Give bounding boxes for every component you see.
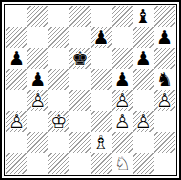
black-pawn-glyph: ♟ bbox=[156, 28, 173, 47]
square-b3[interactable] bbox=[27, 111, 48, 132]
white-pawn-glyph: ♙ bbox=[8, 112, 25, 131]
square-f1[interactable]: ♞♘ bbox=[112, 153, 133, 174]
black-pawn-e7[interactable]: ♟♟ bbox=[93, 28, 110, 47]
square-b6[interactable] bbox=[27, 48, 48, 69]
square-e8[interactable] bbox=[91, 6, 112, 27]
white-knight-glyph: ♘ bbox=[114, 154, 131, 173]
square-c3[interactable]: ♚♔ bbox=[48, 111, 69, 132]
black-pawn-glyph: ♟ bbox=[8, 49, 25, 68]
square-b7[interactable] bbox=[27, 27, 48, 48]
square-g2[interactable] bbox=[133, 132, 154, 153]
black-pawn-glyph: ♟ bbox=[93, 28, 110, 47]
square-a6[interactable]: ♟♟ bbox=[6, 48, 27, 69]
square-a7[interactable] bbox=[6, 27, 27, 48]
square-e1[interactable] bbox=[91, 153, 112, 174]
black-pawn-glyph: ♟ bbox=[135, 49, 152, 68]
chess-diagram: ♝♝♟♟♟♟♟♟♚♚♟♟♟♟♟♟♞♞♟♙♟♙♟♙♟♙♚♔♟♙♟♙♝♗♞♘ bbox=[0, 0, 181, 180]
square-h2[interactable] bbox=[154, 132, 175, 153]
black-pawn-a6[interactable]: ♟♟ bbox=[8, 49, 25, 68]
square-h8[interactable] bbox=[154, 6, 175, 27]
square-a5[interactable] bbox=[6, 69, 27, 90]
square-d7[interactable] bbox=[69, 27, 90, 48]
square-b1[interactable] bbox=[27, 153, 48, 174]
square-c2[interactable] bbox=[48, 132, 69, 153]
square-a4[interactable] bbox=[6, 90, 27, 111]
square-g4[interactable] bbox=[133, 90, 154, 111]
white-bishop-e2[interactable]: ♝♗ bbox=[93, 133, 110, 152]
square-b5[interactable]: ♟♟ bbox=[27, 69, 48, 90]
square-g6[interactable]: ♟♟ bbox=[133, 48, 154, 69]
white-pawn-a3[interactable]: ♟♙ bbox=[8, 112, 25, 131]
square-d8[interactable] bbox=[69, 6, 90, 27]
board-frame: ♝♝♟♟♟♟♟♟♚♚♟♟♟♟♟♟♞♞♟♙♟♙♟♙♟♙♚♔♟♙♟♙♝♗♞♘ bbox=[4, 4, 177, 176]
black-knight-glyph: ♞ bbox=[156, 70, 173, 89]
white-pawn-g3[interactable]: ♟♙ bbox=[135, 112, 152, 131]
square-c7[interactable] bbox=[48, 27, 69, 48]
square-f4[interactable]: ♟♙ bbox=[112, 90, 133, 111]
black-pawn-f5[interactable]: ♟♟ bbox=[114, 70, 131, 89]
white-king-glyph: ♔ bbox=[50, 112, 67, 131]
square-f8[interactable] bbox=[112, 6, 133, 27]
square-c4[interactable] bbox=[48, 90, 69, 111]
square-d4[interactable] bbox=[69, 90, 90, 111]
black-knight-h5[interactable]: ♞♞ bbox=[156, 70, 173, 89]
white-pawn-glyph: ♙ bbox=[135, 112, 152, 131]
square-h1[interactable] bbox=[154, 153, 175, 174]
square-g7[interactable] bbox=[133, 27, 154, 48]
square-a2[interactable] bbox=[6, 132, 27, 153]
square-d5[interactable] bbox=[69, 69, 90, 90]
square-a3[interactable]: ♟♙ bbox=[6, 111, 27, 132]
square-g1[interactable] bbox=[133, 153, 154, 174]
black-bishop-glyph: ♝ bbox=[135, 7, 152, 26]
square-g3[interactable]: ♟♙ bbox=[133, 111, 154, 132]
square-b8[interactable] bbox=[27, 6, 48, 27]
white-pawn-glyph: ♙ bbox=[114, 91, 131, 110]
white-pawn-glyph: ♙ bbox=[114, 112, 131, 131]
black-bishop-g8[interactable]: ♝♝ bbox=[135, 7, 152, 26]
square-e2[interactable]: ♝♗ bbox=[91, 132, 112, 153]
square-d3[interactable] bbox=[69, 111, 90, 132]
white-bishop-glyph: ♗ bbox=[93, 133, 110, 152]
black-pawn-g6[interactable]: ♟♟ bbox=[135, 49, 152, 68]
square-d2[interactable] bbox=[69, 132, 90, 153]
white-king-c3[interactable]: ♚♔ bbox=[50, 112, 67, 131]
black-pawn-b5[interactable]: ♟♟ bbox=[29, 70, 46, 89]
white-pawn-f3[interactable]: ♟♙ bbox=[114, 112, 131, 131]
square-e7[interactable]: ♟♟ bbox=[91, 27, 112, 48]
black-king-d6[interactable]: ♚♚ bbox=[71, 49, 88, 68]
square-f3[interactable]: ♟♙ bbox=[112, 111, 133, 132]
white-pawn-glyph: ♙ bbox=[29, 91, 46, 110]
black-king-glyph: ♚ bbox=[71, 49, 88, 68]
square-f7[interactable] bbox=[112, 27, 133, 48]
black-pawn-glyph: ♟ bbox=[29, 70, 46, 89]
white-pawn-glyph: ♙ bbox=[156, 91, 173, 110]
square-b2[interactable] bbox=[27, 132, 48, 153]
square-b4[interactable]: ♟♙ bbox=[27, 90, 48, 111]
square-f2[interactable] bbox=[112, 132, 133, 153]
square-g5[interactable] bbox=[133, 69, 154, 90]
black-pawn-h7[interactable]: ♟♟ bbox=[156, 28, 173, 47]
square-h4[interactable]: ♟♙ bbox=[154, 90, 175, 111]
white-pawn-f4[interactable]: ♟♙ bbox=[114, 91, 131, 110]
square-e4[interactable] bbox=[91, 90, 112, 111]
chess-board: ♝♝♟♟♟♟♟♟♚♚♟♟♟♟♟♟♞♞♟♙♟♙♟♙♟♙♚♔♟♙♟♙♝♗♞♘ bbox=[6, 6, 175, 174]
square-c6[interactable] bbox=[48, 48, 69, 69]
square-c8[interactable] bbox=[48, 6, 69, 27]
square-h3[interactable] bbox=[154, 111, 175, 132]
square-e5[interactable] bbox=[91, 69, 112, 90]
black-pawn-glyph: ♟ bbox=[114, 70, 131, 89]
square-d6[interactable]: ♚♚ bbox=[69, 48, 90, 69]
white-pawn-h4[interactable]: ♟♙ bbox=[156, 91, 173, 110]
square-h6[interactable] bbox=[154, 48, 175, 69]
square-a1[interactable] bbox=[6, 153, 27, 174]
white-knight-f1[interactable]: ♞♘ bbox=[114, 154, 131, 173]
square-f6[interactable] bbox=[112, 48, 133, 69]
square-c5[interactable] bbox=[48, 69, 69, 90]
square-e3[interactable] bbox=[91, 111, 112, 132]
square-f5[interactable]: ♟♟ bbox=[112, 69, 133, 90]
square-e6[interactable] bbox=[91, 48, 112, 69]
square-d1[interactable] bbox=[69, 153, 90, 174]
square-h5[interactable]: ♞♞ bbox=[154, 69, 175, 90]
square-h7[interactable]: ♟♟ bbox=[154, 27, 175, 48]
square-c1[interactable] bbox=[48, 153, 69, 174]
white-pawn-b4[interactable]: ♟♙ bbox=[29, 91, 46, 110]
square-a8[interactable] bbox=[6, 6, 27, 27]
square-g8[interactable]: ♝♝ bbox=[133, 6, 154, 27]
